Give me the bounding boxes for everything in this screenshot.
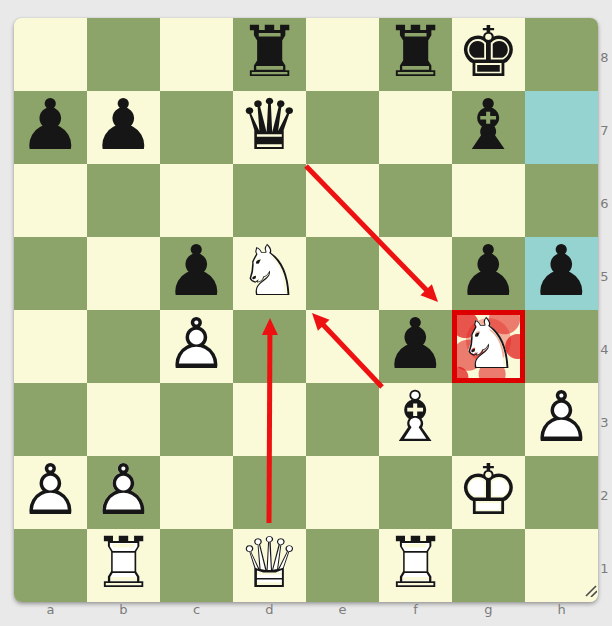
square-g7[interactable]: ♝ <box>452 91 525 164</box>
chess-board: ♜♜♚♟♟♛♝♟♞♘♟♟♟♙♟♞♘♝♗♟♙♟♙♟♙♚♔♜♖♛♕♜♖ <box>14 18 598 602</box>
rook-glyph-fill: ♜ <box>379 18 452 88</box>
queen-glyph-fill: ♛ <box>233 88 306 161</box>
board-area: ♜♜♚♟♟♛♝♟♞♘♟♟♟♙♟♞♘♝♗♟♙♟♙♟♙♚♔♜♖♛♕♜♖ 876543… <box>0 0 612 626</box>
rank-label-3: 3 <box>597 415 612 431</box>
square-h5[interactable]: ♟ <box>525 237 598 310</box>
pawn-glyph-outline: ♙ <box>525 380 598 453</box>
square-g4[interactable]: ♞♘ <box>452 310 525 383</box>
black-rook-d8[interactable]: ♜ <box>233 18 306 91</box>
white-rook-b1[interactable]: ♜♖ <box>87 529 160 602</box>
file-label-a: a <box>14 602 87 618</box>
rook-glyph-outline: ♖ <box>379 526 452 599</box>
square-d4[interactable] <box>233 310 306 383</box>
pawn-glyph-fill: ♟ <box>525 234 598 307</box>
square-f7[interactable] <box>379 91 452 164</box>
white-king-g2[interactable]: ♚♔ <box>452 456 525 529</box>
pawn-glyph-fill: ♟ <box>379 307 452 380</box>
rank-label-7: 7 <box>597 123 612 139</box>
square-d8[interactable]: ♜ <box>233 18 306 91</box>
square-h4[interactable] <box>525 310 598 383</box>
black-rook-f8[interactable]: ♜ <box>379 18 452 91</box>
black-king-g8[interactable]: ♚ <box>452 18 525 91</box>
white-knight-d5[interactable]: ♞♘ <box>233 237 306 310</box>
square-a3[interactable] <box>14 383 87 456</box>
square-f4[interactable]: ♟ <box>379 310 452 383</box>
black-pawn-b7[interactable]: ♟ <box>87 91 160 164</box>
square-a8[interactable] <box>14 18 87 91</box>
rank-label-4: 4 <box>597 342 612 358</box>
square-e4[interactable] <box>306 310 379 383</box>
white-pawn-a2[interactable]: ♟♙ <box>14 456 87 529</box>
black-pawn-a7[interactable]: ♟ <box>14 91 87 164</box>
black-pawn-c5[interactable]: ♟ <box>160 237 233 310</box>
square-c4[interactable]: ♟♙ <box>160 310 233 383</box>
square-c3[interactable] <box>160 383 233 456</box>
square-e2[interactable] <box>306 456 379 529</box>
square-g2[interactable]: ♚♔ <box>452 456 525 529</box>
square-d7[interactable]: ♛ <box>233 91 306 164</box>
square-a4[interactable] <box>14 310 87 383</box>
rank-label-5: 5 <box>597 269 612 285</box>
square-a5[interactable] <box>14 237 87 310</box>
pawn-glyph-fill: ♟ <box>160 234 233 307</box>
pawn-glyph-fill: ♟ <box>452 234 525 307</box>
square-d3[interactable] <box>233 383 306 456</box>
pawn-glyph-outline: ♙ <box>14 453 87 526</box>
white-knight-g4[interactable]: ♞♘ <box>452 310 525 383</box>
white-pawn-b2[interactable]: ♟♙ <box>87 456 160 529</box>
pawn-glyph-fill: ♟ <box>14 88 87 161</box>
rook-glyph-fill: ♜ <box>233 18 306 88</box>
square-f1[interactable]: ♜♖ <box>379 529 452 602</box>
square-b7[interactable]: ♟ <box>87 91 160 164</box>
square-e8[interactable] <box>306 18 379 91</box>
rook-glyph-outline: ♖ <box>87 526 160 599</box>
square-g8[interactable]: ♚ <box>452 18 525 91</box>
square-c5[interactable]: ♟ <box>160 237 233 310</box>
pawn-glyph-outline: ♙ <box>160 307 233 380</box>
square-c8[interactable] <box>160 18 233 91</box>
square-b8[interactable] <box>87 18 160 91</box>
queen-glyph-outline: ♕ <box>233 526 306 599</box>
white-bishop-f3[interactable]: ♝♗ <box>379 383 452 456</box>
square-b1[interactable]: ♜♖ <box>87 529 160 602</box>
king-glyph-outline: ♔ <box>452 453 525 526</box>
rank-label-2: 2 <box>597 488 612 504</box>
square-g5[interactable]: ♟ <box>452 237 525 310</box>
file-label-d: d <box>233 602 306 618</box>
square-e6[interactable] <box>306 164 379 237</box>
file-label-f: f <box>379 602 452 618</box>
square-c2[interactable] <box>160 456 233 529</box>
file-label-c: c <box>160 602 233 618</box>
square-a2[interactable]: ♟♙ <box>14 456 87 529</box>
square-h2[interactable] <box>525 456 598 529</box>
square-d2[interactable] <box>233 456 306 529</box>
bishop-glyph-fill: ♝ <box>452 88 525 161</box>
square-f6[interactable] <box>379 164 452 237</box>
black-pawn-f4[interactable]: ♟ <box>379 310 452 383</box>
knight-glyph-outline: ♘ <box>233 234 306 307</box>
square-b6[interactable] <box>87 164 160 237</box>
square-d6[interactable] <box>233 164 306 237</box>
white-queen-d1[interactable]: ♛♕ <box>233 529 306 602</box>
square-g1[interactable] <box>452 529 525 602</box>
white-pawn-c4[interactable]: ♟♙ <box>160 310 233 383</box>
square-b3[interactable] <box>87 383 160 456</box>
square-a1[interactable] <box>14 529 87 602</box>
square-f3[interactable]: ♝♗ <box>379 383 452 456</box>
rank-label-6: 6 <box>597 196 612 212</box>
bishop-glyph-outline: ♗ <box>379 380 452 453</box>
square-c7[interactable] <box>160 91 233 164</box>
square-f5[interactable] <box>379 237 452 310</box>
square-b4[interactable] <box>87 310 160 383</box>
board-resize-handle[interactable] <box>584 584 597 597</box>
white-pawn-h3[interactable]: ♟♙ <box>525 383 598 456</box>
square-g6[interactable] <box>452 164 525 237</box>
square-c1[interactable] <box>160 529 233 602</box>
file-label-g: g <box>452 602 525 618</box>
square-h6[interactable] <box>525 164 598 237</box>
square-f8[interactable]: ♜ <box>379 18 452 91</box>
knight-glyph-outline: ♘ <box>452 307 525 380</box>
white-rook-f1[interactable]: ♜♖ <box>379 529 452 602</box>
square-e3[interactable] <box>306 383 379 456</box>
square-e1[interactable] <box>306 529 379 602</box>
square-b5[interactable] <box>87 237 160 310</box>
square-d1[interactable]: ♛♕ <box>233 529 306 602</box>
square-a7[interactable]: ♟ <box>14 91 87 164</box>
black-pawn-h5[interactable]: ♟ <box>525 237 598 310</box>
rank-label-1: 1 <box>597 561 612 577</box>
pawn-glyph-outline: ♙ <box>87 453 160 526</box>
square-h8[interactable] <box>525 18 598 91</box>
pawn-glyph-fill: ♟ <box>87 88 160 161</box>
square-e7[interactable] <box>306 91 379 164</box>
king-glyph-fill: ♚ <box>452 18 525 88</box>
square-h7[interactable] <box>525 91 598 164</box>
square-a6[interactable] <box>14 164 87 237</box>
square-c6[interactable] <box>160 164 233 237</box>
square-f2[interactable] <box>379 456 452 529</box>
black-queen-d7[interactable]: ♛ <box>233 91 306 164</box>
square-b2[interactable]: ♟♙ <box>87 456 160 529</box>
square-g3[interactable] <box>452 383 525 456</box>
square-e5[interactable] <box>306 237 379 310</box>
square-h3[interactable]: ♟♙ <box>525 383 598 456</box>
rank-label-8: 8 <box>597 50 612 66</box>
resize-handle-line <box>591 591 597 597</box>
square-d5[interactable]: ♞♘ <box>233 237 306 310</box>
black-pawn-g5[interactable]: ♟ <box>452 237 525 310</box>
file-label-b: b <box>87 602 160 618</box>
black-bishop-g7[interactable]: ♝ <box>452 91 525 164</box>
file-label-h: h <box>525 602 598 618</box>
file-label-e: e <box>306 602 379 618</box>
